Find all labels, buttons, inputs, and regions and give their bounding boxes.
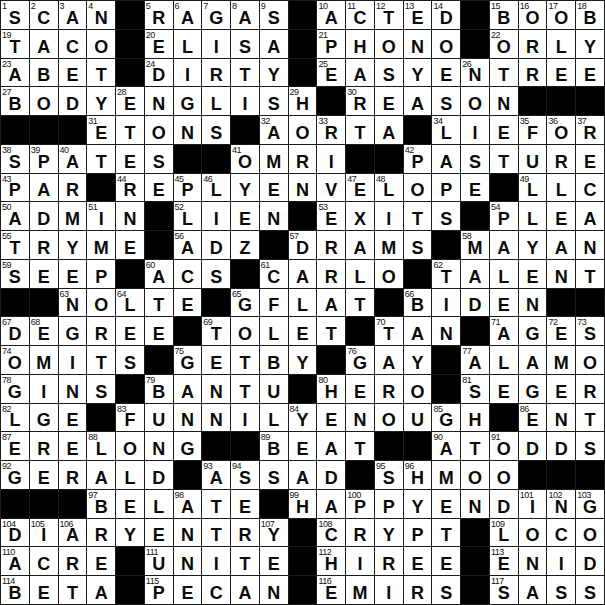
cell-r11c17[interactable]: D (461, 289, 489, 317)
cell-r8c8[interactable]: I (202, 202, 230, 230)
cell-r11c4[interactable]: O (87, 289, 115, 317)
cell-r5c11[interactable]: O (289, 116, 317, 144)
cell-r18c6[interactable]: L (145, 490, 173, 518)
cell-r9c2[interactable]: R (30, 231, 58, 259)
cell-r10c4[interactable]: P (87, 260, 115, 288)
cell-r14c9[interactable]: T (231, 375, 259, 403)
cell-r2c21[interactable]: Y (576, 30, 604, 58)
cell-r4c17[interactable]: O (461, 87, 489, 115)
cell-r8c21[interactable]: A (576, 202, 604, 230)
cell-r14c7[interactable]: A (174, 375, 202, 403)
cell-r5c21[interactable]: 37R (576, 116, 604, 144)
cell-r3c15[interactable]: Y (404, 59, 432, 87)
cell-r15c5[interactable]: 83F (116, 404, 144, 432)
cell-r20c16[interactable]: E (432, 547, 460, 575)
cell-r17c2[interactable]: E (30, 461, 58, 489)
cell-r21c15[interactable]: R (404, 576, 432, 604)
cell-r5c18[interactable]: E (490, 116, 518, 144)
cell-r3c10[interactable]: Y (260, 59, 288, 87)
cell-r11c16[interactable]: I (432, 289, 460, 317)
cell-r14c8[interactable]: N (202, 375, 230, 403)
cell-r5c13[interactable]: T (346, 116, 374, 144)
cell-r15c2[interactable]: G (30, 404, 58, 432)
cell-r13c1[interactable]: 74O (1, 346, 29, 374)
cell-r3c2[interactable]: B (30, 59, 58, 87)
cell-r5c12[interactable]: 33R (317, 116, 345, 144)
cell-r6c19[interactable]: U (519, 145, 547, 173)
cell-r7c9[interactable]: Y (231, 174, 259, 202)
cell-r9c1[interactable]: 55T (1, 231, 29, 259)
cell-r7c14[interactable]: 48L (375, 174, 403, 202)
cell-r14c15[interactable]: O (404, 375, 432, 403)
cell-r16c5[interactable]: O (116, 432, 144, 460)
cell-r14c1[interactable]: 78G (1, 375, 29, 403)
cell-r21c18[interactable]: 117S (490, 576, 518, 604)
cell-r17c8[interactable]: 93A (202, 461, 230, 489)
cell-r15c12[interactable]: E (317, 404, 345, 432)
cell-r18c11[interactable]: 99H (289, 490, 317, 518)
cell-r18c9[interactable]: E (231, 490, 259, 518)
cell-r16c3[interactable]: E (59, 432, 87, 460)
cell-r5c5[interactable]: T (116, 116, 144, 144)
cell-r8c14[interactable]: I (375, 202, 403, 230)
cell-r1c14[interactable]: 12T (375, 1, 403, 29)
cell-r8c18[interactable]: 54P (490, 202, 518, 230)
cell-r2c3[interactable]: C (59, 30, 87, 58)
cell-r7c6[interactable]: E (145, 174, 173, 202)
cell-r7c5[interactable]: 44R (116, 174, 144, 202)
cell-r18c21[interactable]: 103G (576, 490, 604, 518)
cell-r16c13[interactable]: T (346, 432, 374, 460)
cell-r21c14[interactable]: I (375, 576, 403, 604)
cell-r5c8[interactable]: S (202, 116, 230, 144)
cell-r9c5[interactable]: E (116, 231, 144, 259)
cell-r2c6[interactable]: 20E (145, 30, 173, 58)
cell-r5c10[interactable]: 32A (260, 116, 288, 144)
cell-r3c12[interactable]: 25E (317, 59, 345, 87)
cell-r19c20[interactable]: C (547, 519, 575, 547)
cell-r6c16[interactable]: A (432, 145, 460, 173)
cell-r20c14[interactable]: R (375, 547, 403, 575)
cell-r3c16[interactable]: E (432, 59, 460, 87)
cell-r21c3[interactable]: T (59, 576, 87, 604)
cell-r15c16[interactable]: 85G (432, 404, 460, 432)
cell-r13c8[interactable]: E (202, 346, 230, 374)
cell-r15c14[interactable]: O (375, 404, 403, 432)
cell-r18c18[interactable]: D (490, 490, 518, 518)
cell-r1c13[interactable]: 11C (346, 1, 374, 29)
cell-r17c4[interactable]: A (87, 461, 115, 489)
cell-r20c20[interactable]: I (547, 547, 575, 575)
cell-r12c4[interactable]: R (87, 317, 115, 345)
cell-r15c7[interactable]: N (174, 404, 202, 432)
cell-r20c13[interactable]: I (346, 547, 374, 575)
cell-r10c11[interactable]: A (289, 260, 317, 288)
cell-r11c9[interactable]: 65G (231, 289, 259, 317)
cell-r6c11[interactable]: R (289, 145, 317, 173)
cell-r12c10[interactable]: L (260, 317, 288, 345)
cell-r18c20[interactable]: 102N (547, 490, 575, 518)
cell-r9c21[interactable]: N (576, 231, 604, 259)
cell-r7c7[interactable]: 45P (174, 174, 202, 202)
cell-r21c1[interactable]: 114B (1, 576, 29, 604)
cell-r18c8[interactable]: T (202, 490, 230, 518)
cell-r18c16[interactable]: E (432, 490, 460, 518)
cell-r2c18[interactable]: 22O (490, 30, 518, 58)
cell-r3c7[interactable]: I (174, 59, 202, 87)
cell-r13c11[interactable]: Y (289, 346, 317, 374)
cell-r2c12[interactable]: 21P (317, 30, 345, 58)
cell-r18c7[interactable]: 98A (174, 490, 202, 518)
cell-r10c13[interactable]: L (346, 260, 374, 288)
cell-r4c15[interactable]: A (404, 87, 432, 115)
cell-r1c10[interactable]: 9S (260, 1, 288, 29)
cell-r10c21[interactable]: T (576, 260, 604, 288)
cell-r16c17[interactable]: T (461, 432, 489, 460)
cell-r17c10[interactable]: S (260, 461, 288, 489)
cell-r12c19[interactable]: G (519, 317, 547, 345)
cell-r10c17[interactable]: A (461, 260, 489, 288)
cell-r12c14[interactable]: 70T (375, 317, 403, 345)
cell-r2c4[interactable]: O (87, 30, 115, 58)
cell-r18c5[interactable]: E (116, 490, 144, 518)
cell-r5c6[interactable]: O (145, 116, 173, 144)
cell-r9c14[interactable]: M (375, 231, 403, 259)
cell-r6c17[interactable]: S (461, 145, 489, 173)
cell-r2c10[interactable]: A (260, 30, 288, 58)
cell-r16c19[interactable]: D (519, 432, 547, 460)
cell-r21c10[interactable]: N (260, 576, 288, 604)
cell-r8c12[interactable]: 53E (317, 202, 345, 230)
cell-r17c16[interactable]: M (432, 461, 460, 489)
cell-r4c5[interactable]: 28E (116, 87, 144, 115)
cell-r10c8[interactable]: S (202, 260, 230, 288)
cell-r8c20[interactable]: E (547, 202, 575, 230)
cell-r8c2[interactable]: D (30, 202, 58, 230)
cell-r10c7[interactable]: C (174, 260, 202, 288)
cell-r21c21[interactable]: S (576, 576, 604, 604)
cell-r3c20[interactable]: E (547, 59, 575, 87)
cell-r4c13[interactable]: 30R (346, 87, 374, 115)
cell-r7c1[interactable]: 43P (1, 174, 29, 202)
cell-r11c15[interactable]: 66B (404, 289, 432, 317)
cell-r11c11[interactable]: L (289, 289, 317, 317)
cell-r9c20[interactable]: A (547, 231, 575, 259)
cell-r10c18[interactable]: L (490, 260, 518, 288)
cell-r4c18[interactable]: N (490, 87, 518, 115)
cell-r6c20[interactable]: R (547, 145, 575, 173)
cell-r2c19[interactable]: R (519, 30, 547, 58)
cell-r21c4[interactable]: A (87, 576, 115, 604)
cell-r21c6[interactable]: 115P (145, 576, 173, 604)
cell-r4c11[interactable]: 29H (289, 87, 317, 115)
cell-r20c6[interactable]: 111U (145, 547, 173, 575)
cell-r8c16[interactable]: S (432, 202, 460, 230)
cell-r12c12[interactable]: T (317, 317, 345, 345)
cell-r14c17[interactable]: 81S (461, 375, 489, 403)
cell-r1c21[interactable]: 18B (576, 1, 604, 29)
cell-r12c9[interactable]: O (231, 317, 259, 345)
cell-r21c2[interactable]: E (30, 576, 58, 604)
cell-r19c12[interactable]: 108C (317, 519, 345, 547)
cell-r15c11[interactable]: 84Y (289, 404, 317, 432)
cell-r7c16[interactable]: P (432, 174, 460, 202)
cell-r6c12[interactable]: I (317, 145, 345, 173)
cell-r9c11[interactable]: 57D (289, 231, 317, 259)
cell-r9c19[interactable]: Y (519, 231, 547, 259)
cell-r8c13[interactable]: X (346, 202, 374, 230)
cell-r15c10[interactable]: L (260, 404, 288, 432)
cell-r14c6[interactable]: 79B (145, 375, 173, 403)
cell-r11c6[interactable]: T (145, 289, 173, 317)
cell-r6c4[interactable]: T (87, 145, 115, 173)
cell-r11c13[interactable]: T (346, 289, 374, 317)
cell-r12c2[interactable]: 68E (30, 317, 58, 345)
cell-r17c1[interactable]: 92G (1, 461, 29, 489)
cell-r17c17[interactable]: O (461, 461, 489, 489)
cell-r17c5[interactable]: L (116, 461, 144, 489)
cell-r19c3[interactable]: 106A (59, 519, 87, 547)
cell-r19c21[interactable]: O (576, 519, 604, 547)
cell-r15c19[interactable]: 86E (519, 404, 547, 432)
cell-r10c10[interactable]: 61C (260, 260, 288, 288)
cell-r8c15[interactable]: T (404, 202, 432, 230)
cell-r16c1[interactable]: 87E (1, 432, 29, 460)
cell-r15c9[interactable]: I (231, 404, 259, 432)
cell-r20c19[interactable]: N (519, 547, 547, 575)
cell-r13c14[interactable]: A (375, 346, 403, 374)
cell-r18c15[interactable]: Y (404, 490, 432, 518)
cell-r14c20[interactable]: E (547, 375, 575, 403)
cell-r8c10[interactable]: N (260, 202, 288, 230)
cell-r16c18[interactable]: 91O (490, 432, 518, 460)
cell-r4c7[interactable]: G (174, 87, 202, 115)
cell-r9c4[interactable]: M (87, 231, 115, 259)
cell-r3c14[interactable]: S (375, 59, 403, 87)
cell-r1c12[interactable]: 10A (317, 1, 345, 29)
cell-r13c13[interactable]: 76G (346, 346, 374, 374)
cell-r7c2[interactable]: A (30, 174, 58, 202)
cell-r1c9[interactable]: 8A (231, 1, 259, 29)
cell-r1c8[interactable]: 7G (202, 1, 230, 29)
cell-r16c12[interactable]: A (317, 432, 345, 460)
cell-r4c8[interactable]: L (202, 87, 230, 115)
cell-r19c4[interactable]: R (87, 519, 115, 547)
cell-r13c10[interactable]: B (260, 346, 288, 374)
cell-r3c17[interactable]: 26N (461, 59, 489, 87)
cell-r7c8[interactable]: 46L (202, 174, 230, 202)
cell-r9c13[interactable]: A (346, 231, 374, 259)
cell-r5c4[interactable]: 31E (87, 116, 115, 144)
cell-r12c20[interactable]: 72E (547, 317, 575, 345)
cell-r20c15[interactable]: E (404, 547, 432, 575)
cell-r3c8[interactable]: R (202, 59, 230, 87)
cell-r2c8[interactable]: I (202, 30, 230, 58)
cell-r12c1[interactable]: 67D (1, 317, 29, 345)
cell-r1c3[interactable]: 3A (59, 1, 87, 29)
cell-r21c20[interactable]: S (547, 576, 575, 604)
cell-r14c18[interactable]: E (490, 375, 518, 403)
cell-r6c15[interactable]: 42P (404, 145, 432, 173)
cell-r2c15[interactable]: N (404, 30, 432, 58)
cell-r16c10[interactable]: 89B (260, 432, 288, 460)
cell-r20c7[interactable]: N (174, 547, 202, 575)
cell-r19c15[interactable]: P (404, 519, 432, 547)
cell-r13c5[interactable]: S (116, 346, 144, 374)
cell-r18c4[interactable]: 97B (87, 490, 115, 518)
cell-r4c1[interactable]: 27B (1, 87, 29, 115)
cell-r15c21[interactable]: T (576, 404, 604, 432)
cell-r7c13[interactable]: 47E (346, 174, 374, 202)
cell-r13c4[interactable]: T (87, 346, 115, 374)
cell-r13c18[interactable]: L (490, 346, 518, 374)
cell-r16c11[interactable]: E (289, 432, 317, 460)
cell-r12c8[interactable]: 69T (202, 317, 230, 345)
cell-r1c20[interactable]: 17O (547, 1, 575, 29)
cell-r19c5[interactable]: Y (116, 519, 144, 547)
cell-r19c19[interactable]: O (519, 519, 547, 547)
cell-r9c9[interactable]: Z (231, 231, 259, 259)
cell-r4c10[interactable]: S (260, 87, 288, 115)
cell-r6c10[interactable]: M (260, 145, 288, 173)
cell-r19c6[interactable]: E (145, 519, 173, 547)
cell-r5c20[interactable]: 36O (547, 116, 575, 144)
cell-r19c7[interactable]: N (174, 519, 202, 547)
cell-r2c1[interactable]: 19T (1, 30, 29, 58)
cell-r7c20[interactable]: L (547, 174, 575, 202)
cell-r20c12[interactable]: 112H (317, 547, 345, 575)
cell-r16c7[interactable]: G (174, 432, 202, 460)
cell-r9c7[interactable]: 56A (174, 231, 202, 259)
cell-r20c8[interactable]: I (202, 547, 230, 575)
cell-r20c10[interactable]: E (260, 547, 288, 575)
cell-r20c4[interactable]: E (87, 547, 115, 575)
cell-r11c10[interactable]: F (260, 289, 288, 317)
cell-r17c15[interactable]: 96H (404, 461, 432, 489)
cell-r3c6[interactable]: 24D (145, 59, 173, 87)
cell-r2c13[interactable]: H (346, 30, 374, 58)
cell-r16c20[interactable]: D (547, 432, 575, 460)
cell-r13c20[interactable]: M (547, 346, 575, 374)
cell-r6c2[interactable]: 39P (30, 145, 58, 173)
cell-r17c12[interactable]: D (317, 461, 345, 489)
cell-r6c9[interactable]: 41O (231, 145, 259, 173)
cell-r8c7[interactable]: 52L (174, 202, 202, 230)
cell-r13c21[interactable]: O (576, 346, 604, 374)
cell-r20c18[interactable]: 113E (490, 547, 518, 575)
cell-r20c3[interactable]: R (59, 547, 87, 575)
cell-r6c3[interactable]: 40A (59, 145, 87, 173)
cell-r6c5[interactable]: E (116, 145, 144, 173)
cell-r2c2[interactable]: A (30, 30, 58, 58)
cell-r15c13[interactable]: N (346, 404, 374, 432)
cell-r3c3[interactable]: E (59, 59, 87, 87)
cell-r19c2[interactable]: 105I (30, 519, 58, 547)
cell-r7c21[interactable]: C (576, 174, 604, 202)
cell-r3c21[interactable]: E (576, 59, 604, 87)
cell-r13c9[interactable]: T (231, 346, 259, 374)
cell-r2c20[interactable]: L (547, 30, 575, 58)
cell-r14c3[interactable]: N (59, 375, 87, 403)
cell-r21c19[interactable]: A (519, 576, 547, 604)
cell-r4c9[interactable]: I (231, 87, 259, 115)
cell-r10c6[interactable]: 60A (145, 260, 173, 288)
cell-r19c13[interactable]: R (346, 519, 374, 547)
cell-r1c19[interactable]: 16O (519, 1, 547, 29)
cell-r9c8[interactable]: D (202, 231, 230, 259)
cell-r7c12[interactable]: V (317, 174, 345, 202)
cell-r2c7[interactable]: L (174, 30, 202, 58)
cell-r12c18[interactable]: 71A (490, 317, 518, 345)
cell-r15c8[interactable]: N (202, 404, 230, 432)
cell-r16c16[interactable]: 90A (432, 432, 460, 460)
cell-r18c12[interactable]: A (317, 490, 345, 518)
cell-r20c1[interactable]: 110A (1, 547, 29, 575)
cell-r17c6[interactable]: D (145, 461, 173, 489)
cell-r19c9[interactable]: R (231, 519, 259, 547)
cell-r7c3[interactable]: R (59, 174, 87, 202)
cell-r13c17[interactable]: 77A (461, 346, 489, 374)
cell-r14c13[interactable]: E (346, 375, 374, 403)
cell-r17c3[interactable]: R (59, 461, 87, 489)
cell-r18c17[interactable]: N (461, 490, 489, 518)
cell-r19c14[interactable]: Y (375, 519, 403, 547)
cell-r18c13[interactable]: 100P (346, 490, 374, 518)
cell-r11c19[interactable]: N (519, 289, 547, 317)
cell-r4c4[interactable]: Y (87, 87, 115, 115)
cell-r16c2[interactable]: R (30, 432, 58, 460)
cell-r1c15[interactable]: 13E (404, 1, 432, 29)
cell-r12c21[interactable]: 73S (576, 317, 604, 345)
cell-r14c10[interactable]: U (260, 375, 288, 403)
cell-r19c8[interactable]: T (202, 519, 230, 547)
cell-r10c14[interactable]: O (375, 260, 403, 288)
cell-r9c15[interactable]: S (404, 231, 432, 259)
cell-r9c18[interactable]: A (490, 231, 518, 259)
cell-r16c21[interactable]: S (576, 432, 604, 460)
cell-r14c19[interactable]: G (519, 375, 547, 403)
cell-r19c18[interactable]: 109L (490, 519, 518, 547)
cell-r8c19[interactable]: L (519, 202, 547, 230)
cell-r19c1[interactable]: 104D (1, 519, 29, 547)
cell-r19c10[interactable]: 107Y (260, 519, 288, 547)
cell-r20c21[interactable]: D (576, 547, 604, 575)
cell-r4c16[interactable]: S (432, 87, 460, 115)
cell-r7c19[interactable]: 49L (519, 174, 547, 202)
cell-r7c11[interactable]: N (289, 174, 317, 202)
cell-r14c2[interactable]: I (30, 375, 58, 403)
cell-r13c15[interactable]: Y (404, 346, 432, 374)
cell-r12c16[interactable]: N (432, 317, 460, 345)
cell-r10c16[interactable]: 62T (432, 260, 460, 288)
cell-r8c9[interactable]: E (231, 202, 259, 230)
cell-r4c3[interactable]: D (59, 87, 87, 115)
cell-r1c2[interactable]: 2C (30, 1, 58, 29)
cell-r16c4[interactable]: 88L (87, 432, 115, 460)
cell-r14c21[interactable]: R (576, 375, 604, 403)
cell-r9c17[interactable]: 58M (461, 231, 489, 259)
cell-r6c21[interactable]: E (576, 145, 604, 173)
cell-r10c12[interactable]: R (317, 260, 345, 288)
cell-r12c5[interactable]: E (116, 317, 144, 345)
cell-r18c19[interactable]: 101I (519, 490, 547, 518)
cell-r5c17[interactable]: I (461, 116, 489, 144)
cell-r11c12[interactable]: A (317, 289, 345, 317)
cell-r3c13[interactable]: A (346, 59, 374, 87)
cell-r17c18[interactable]: O (490, 461, 518, 489)
cell-r13c19[interactable]: A (519, 346, 547, 374)
cell-r6c18[interactable]: T (490, 145, 518, 173)
